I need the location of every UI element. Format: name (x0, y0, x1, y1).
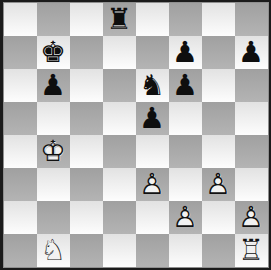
square-d3[interactable] (103, 168, 136, 201)
square-c3[interactable] (70, 168, 103, 201)
square-f7[interactable]: ♟ (169, 36, 202, 69)
black-pawn-glyph: ♟ (169, 36, 202, 69)
piece-white-pawn-f2[interactable]: ♟♙ (169, 201, 202, 234)
square-f3[interactable] (169, 168, 202, 201)
square-b8[interactable] (37, 3, 70, 36)
black-pawn-glyph: ♟ (235, 36, 268, 69)
square-f2[interactable]: ♟♙ (169, 201, 202, 234)
white-pawn-outline-glyph: ♙ (136, 168, 169, 201)
square-c5[interactable] (70, 102, 103, 135)
square-g4[interactable] (202, 135, 235, 168)
square-g7[interactable] (202, 36, 235, 69)
square-c4[interactable] (70, 135, 103, 168)
square-f8[interactable] (169, 3, 202, 36)
square-c7[interactable] (70, 36, 103, 69)
square-h5[interactable] (235, 102, 268, 135)
white-knight-outline-glyph: ♘ (37, 234, 70, 267)
square-d5[interactable] (103, 102, 136, 135)
chess-board: ♜♚♟♟♟♞♟♟♚♔♟♙♟♙♟♙♟♙♞♘♜♖ (4, 3, 268, 267)
square-e8[interactable] (136, 3, 169, 36)
square-a7[interactable] (4, 36, 37, 69)
square-h1[interactable]: ♜♖ (235, 234, 268, 267)
square-g5[interactable] (202, 102, 235, 135)
piece-black-pawn-b6[interactable]: ♟ (37, 69, 70, 102)
square-d6[interactable] (103, 69, 136, 102)
square-b1[interactable]: ♞♘ (37, 234, 70, 267)
square-a8[interactable] (4, 3, 37, 36)
black-king-glyph: ♚ (37, 36, 70, 69)
square-d2[interactable] (103, 201, 136, 234)
square-e2[interactable] (136, 201, 169, 234)
square-a6[interactable] (4, 69, 37, 102)
square-e5[interactable]: ♟ (136, 102, 169, 135)
square-h8[interactable] (235, 3, 268, 36)
square-a1[interactable] (4, 234, 37, 267)
white-pawn-outline-glyph: ♙ (235, 201, 268, 234)
piece-black-pawn-f7[interactable]: ♟ (169, 36, 202, 69)
square-c6[interactable] (70, 69, 103, 102)
square-f6[interactable]: ♟ (169, 69, 202, 102)
piece-white-king-b4[interactable]: ♚♔ (37, 135, 70, 168)
square-d8[interactable]: ♜ (103, 3, 136, 36)
black-pawn-glyph: ♟ (136, 102, 169, 135)
piece-black-pawn-f6[interactable]: ♟ (169, 69, 202, 102)
piece-black-king-b7[interactable]: ♚ (37, 36, 70, 69)
square-f4[interactable] (169, 135, 202, 168)
piece-white-knight-b1[interactable]: ♞♘ (37, 234, 70, 267)
square-h3[interactable] (235, 168, 268, 201)
square-f5[interactable] (169, 102, 202, 135)
square-d4[interactable] (103, 135, 136, 168)
white-king-outline-glyph: ♔ (37, 135, 70, 168)
square-d1[interactable] (103, 234, 136, 267)
black-pawn-glyph: ♟ (37, 69, 70, 102)
square-b7[interactable]: ♚ (37, 36, 70, 69)
square-e7[interactable] (136, 36, 169, 69)
square-e1[interactable] (136, 234, 169, 267)
square-g1[interactable] (202, 234, 235, 267)
square-h2[interactable]: ♟♙ (235, 201, 268, 234)
square-b5[interactable] (37, 102, 70, 135)
square-a3[interactable] (4, 168, 37, 201)
square-g2[interactable] (202, 201, 235, 234)
square-b2[interactable] (37, 201, 70, 234)
piece-black-pawn-h7[interactable]: ♟ (235, 36, 268, 69)
square-e4[interactable] (136, 135, 169, 168)
square-d7[interactable] (103, 36, 136, 69)
square-h7[interactable]: ♟ (235, 36, 268, 69)
square-e6[interactable]: ♞ (136, 69, 169, 102)
square-h6[interactable] (235, 69, 268, 102)
piece-white-rook-h1[interactable]: ♜♖ (235, 234, 268, 267)
square-g6[interactable] (202, 69, 235, 102)
piece-white-pawn-g3[interactable]: ♟♙ (202, 168, 235, 201)
piece-black-knight-e6[interactable]: ♞ (136, 69, 169, 102)
square-b6[interactable]: ♟ (37, 69, 70, 102)
board-frame: ♜♚♟♟♟♞♟♟♚♔♟♙♟♙♟♙♟♙♞♘♜♖ (0, 0, 271, 270)
black-rook-glyph: ♜ (103, 3, 136, 36)
piece-white-pawn-e3[interactable]: ♟♙ (136, 168, 169, 201)
square-f1[interactable] (169, 234, 202, 267)
square-a4[interactable] (4, 135, 37, 168)
white-pawn-outline-glyph: ♙ (202, 168, 235, 201)
black-knight-glyph: ♞ (136, 69, 169, 102)
square-e3[interactable]: ♟♙ (136, 168, 169, 201)
square-b4[interactable]: ♚♔ (37, 135, 70, 168)
piece-white-pawn-h2[interactable]: ♟♙ (235, 201, 268, 234)
square-b3[interactable] (37, 168, 70, 201)
piece-black-rook-d8[interactable]: ♜ (103, 3, 136, 36)
square-a2[interactable] (4, 201, 37, 234)
square-h4[interactable] (235, 135, 268, 168)
square-g3[interactable]: ♟♙ (202, 168, 235, 201)
square-a5[interactable] (4, 102, 37, 135)
square-c1[interactable] (70, 234, 103, 267)
white-rook-outline-glyph: ♖ (235, 234, 268, 267)
white-pawn-outline-glyph: ♙ (169, 201, 202, 234)
black-pawn-glyph: ♟ (169, 69, 202, 102)
square-c2[interactable] (70, 201, 103, 234)
square-g8[interactable] (202, 3, 235, 36)
square-c8[interactable] (70, 3, 103, 36)
piece-black-pawn-e5[interactable]: ♟ (136, 102, 169, 135)
